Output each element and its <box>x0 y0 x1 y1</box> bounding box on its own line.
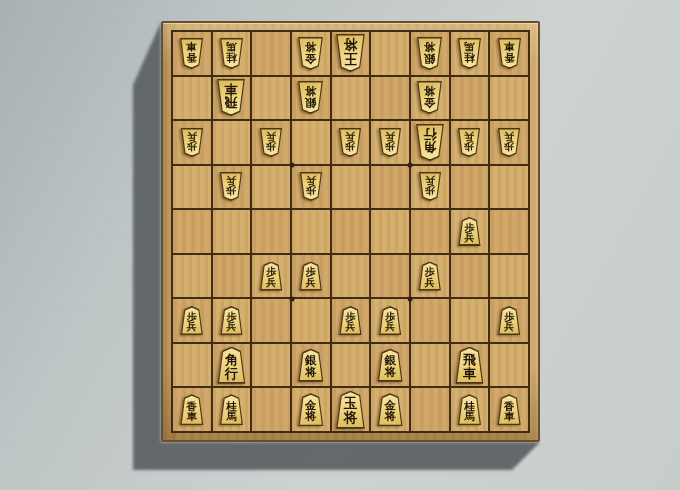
board-cell[interactable] <box>252 32 290 75</box>
piece-kanji-label: 歩兵 <box>306 267 316 287</box>
board-cell[interactable]: 歩兵 <box>451 121 489 164</box>
board-cell[interactable] <box>451 299 489 342</box>
piece-kanji-label: 歩兵 <box>425 175 435 195</box>
shogi-board: 香車桂馬金将王将銀将桂馬香車飛車銀将金将歩兵歩兵歩兵歩兵角行歩兵歩兵歩兵歩兵歩兵… <box>161 21 540 442</box>
piece-kanji-label: 歩兵 <box>504 131 514 151</box>
piece-pawn-gote[interactable]: 歩兵 <box>497 128 521 157</box>
piece-pawn-gote[interactable]: 歩兵 <box>338 128 362 157</box>
piece-kanji-label: 歩兵 <box>306 175 316 195</box>
piece-kanji-label: 金将 <box>384 400 396 423</box>
piece-gold-sente[interactable]: 金将 <box>297 393 324 426</box>
board-cell[interactable]: 桂馬 <box>213 388 251 431</box>
hoshi-dot <box>408 163 413 168</box>
piece-silver-sente[interactable]: 銀将 <box>377 349 404 382</box>
board-cell[interactable]: 金将 <box>292 388 330 431</box>
board-cell[interactable]: 金将 <box>371 388 409 431</box>
board-cell[interactable]: 歩兵 <box>411 166 449 209</box>
board-cell[interactable]: 飛車 <box>451 344 489 387</box>
piece-kanji-label: 角行 <box>423 128 436 155</box>
board-cell[interactable] <box>411 388 449 431</box>
board-cell[interactable]: 歩兵 <box>332 121 370 164</box>
board-cell[interactable]: 歩兵 <box>213 299 251 342</box>
piece-pawn-sente[interactable]: 歩兵 <box>418 262 442 291</box>
piece-kanji-label: 歩兵 <box>464 131 474 151</box>
board-cell[interactable]: 銀将 <box>411 32 449 75</box>
piece-kanji-label: 歩兵 <box>345 131 355 151</box>
board-cell[interactable] <box>292 210 330 253</box>
board-cell[interactable]: 銀将 <box>371 344 409 387</box>
board-cell[interactable]: 歩兵 <box>292 166 330 209</box>
board-cell[interactable]: 歩兵 <box>371 299 409 342</box>
board-cell[interactable] <box>371 166 409 209</box>
board-cell[interactable]: 桂馬 <box>451 32 489 75</box>
piece-kanji-label: 歩兵 <box>187 131 197 151</box>
board-cell[interactable]: 桂馬 <box>451 388 489 431</box>
board-cell[interactable]: 桂馬 <box>213 32 251 75</box>
board-cell[interactable] <box>173 77 211 120</box>
piece-bishop-gote[interactable]: 角行 <box>415 124 445 161</box>
board-cell[interactable] <box>173 344 211 387</box>
board-cell[interactable] <box>252 77 290 120</box>
board-cell[interactable]: 歩兵 <box>490 299 528 342</box>
board-cell[interactable] <box>490 210 528 253</box>
piece-silver-gote[interactable]: 銀将 <box>416 37 443 70</box>
board-cell[interactable] <box>292 121 330 164</box>
piece-pawn-gote[interactable]: 歩兵 <box>418 172 442 201</box>
board-cell[interactable] <box>173 210 211 253</box>
board-cell[interactable]: 歩兵 <box>371 121 409 164</box>
board-cell[interactable] <box>411 344 449 387</box>
board-cell[interactable] <box>411 210 449 253</box>
board-cell[interactable]: 王将 <box>332 32 370 75</box>
piece-kanji-label: 香車 <box>504 41 515 62</box>
piece-kanji-label: 歩兵 <box>266 267 276 287</box>
piece-kanji-label: 歩兵 <box>226 312 236 332</box>
piece-kanji-label: 歩兵 <box>425 267 435 287</box>
board-cell[interactable] <box>332 77 370 120</box>
board-cell[interactable] <box>213 121 251 164</box>
board-cell[interactable]: 銀将 <box>292 344 330 387</box>
board-cell[interactable]: 角行 <box>213 344 251 387</box>
piece-pawn-sente[interactable]: 歩兵 <box>378 306 402 335</box>
board-cell[interactable] <box>451 255 489 298</box>
piece-kanji-label: 銀将 <box>305 85 317 108</box>
board-cell[interactable] <box>252 388 290 431</box>
board-cell[interactable]: 歩兵 <box>252 255 290 298</box>
board-cell[interactable]: 歩兵 <box>332 299 370 342</box>
piece-pawn-sente[interactable]: 歩兵 <box>219 306 243 335</box>
hoshi-dot <box>289 296 294 301</box>
board-cell[interactable] <box>173 255 211 298</box>
piece-knight-sente[interactable]: 桂馬 <box>219 394 244 425</box>
piece-lance-gote[interactable]: 香車 <box>497 38 522 69</box>
piece-kanji-label: 飛車 <box>463 353 476 380</box>
piece-gold-sente[interactable]: 金将 <box>377 393 404 426</box>
board-cell[interactable]: 歩兵 <box>292 255 330 298</box>
piece-kanji-label: 歩兵 <box>504 312 514 332</box>
piece-kanji-label: 歩兵 <box>266 131 276 151</box>
piece-king-sente[interactable]: 玉将 <box>335 391 366 429</box>
piece-kanji-label: 金将 <box>305 40 317 63</box>
board-cell[interactable] <box>252 344 290 387</box>
board-cell[interactable]: 香車 <box>490 388 528 431</box>
piece-silver-sente[interactable]: 銀将 <box>297 349 324 382</box>
piece-kanji-label: 歩兵 <box>187 312 197 332</box>
board-cell[interactable] <box>490 166 528 209</box>
piece-knight-sente[interactable]: 桂馬 <box>457 394 482 425</box>
board-cell[interactable] <box>371 32 409 75</box>
piece-kanji-label: 銀将 <box>305 355 317 378</box>
board-cell[interactable]: 角行 <box>411 121 449 164</box>
piece-pawn-sente[interactable]: 歩兵 <box>259 262 283 291</box>
piece-lance-gote[interactable]: 香車 <box>179 38 204 69</box>
piece-gold-gote[interactable]: 金将 <box>297 37 324 70</box>
piece-kanji-label: 飛車 <box>225 83 238 110</box>
board-cell[interactable] <box>371 77 409 120</box>
piece-rook-gote[interactable]: 飛車 <box>216 79 246 116</box>
hoshi-dot <box>289 163 294 168</box>
board-cell[interactable]: 歩兵 <box>213 166 251 209</box>
piece-lance-sente[interactable]: 香車 <box>179 394 204 425</box>
board-cell[interactable] <box>213 210 251 253</box>
board-cell[interactable] <box>451 77 489 120</box>
piece-pawn-sente[interactable]: 歩兵 <box>299 262 323 291</box>
board-cell[interactable]: 銀将 <box>292 77 330 120</box>
piece-kanji-label: 桂馬 <box>464 41 475 62</box>
board-cell[interactable] <box>213 255 251 298</box>
board-cell[interactable]: 歩兵 <box>173 299 211 342</box>
piece-lance-sente[interactable]: 香車 <box>497 394 522 425</box>
piece-kanji-label: 王将 <box>344 38 358 66</box>
board-cell[interactable] <box>332 255 370 298</box>
board-cell[interactable]: 玉将 <box>332 388 370 431</box>
piece-kanji-label: 銀将 <box>384 355 396 378</box>
board-cell[interactable] <box>332 210 370 253</box>
piece-kanji-label: 桂馬 <box>226 41 237 62</box>
board-cell[interactable]: 香車 <box>173 32 211 75</box>
piece-bishop-sente[interactable]: 角行 <box>216 347 246 384</box>
board-cell[interactable] <box>371 255 409 298</box>
hoshi-dot <box>408 296 413 301</box>
piece-knight-gote[interactable]: 桂馬 <box>219 38 244 69</box>
piece-rook-sente[interactable]: 飛車 <box>454 347 484 384</box>
piece-kanji-label: 歩兵 <box>385 131 395 151</box>
board-cell[interactable] <box>332 344 370 387</box>
piece-knight-gote[interactable]: 桂馬 <box>457 38 482 69</box>
piece-pawn-gote[interactable]: 歩兵 <box>180 128 204 157</box>
board-cell[interactable] <box>252 210 290 253</box>
piece-kanji-label: 歩兵 <box>226 175 236 195</box>
piece-pawn-gote[interactable]: 歩兵 <box>219 172 243 201</box>
board-cell[interactable]: 香車 <box>490 32 528 75</box>
piece-kanji-label: 金将 <box>305 400 317 423</box>
board-cell[interactable] <box>252 166 290 209</box>
board-cell[interactable]: 香車 <box>173 388 211 431</box>
piece-kanji-label: 香車 <box>187 41 198 62</box>
piece-kanji-label: 香車 <box>187 401 198 422</box>
piece-kanji-label: 金将 <box>424 85 436 108</box>
board-cell[interactable] <box>490 344 528 387</box>
piece-pawn-gote[interactable]: 歩兵 <box>259 128 283 157</box>
board-cell[interactable] <box>173 166 211 209</box>
board-cell[interactable]: 歩兵 <box>252 121 290 164</box>
piece-kanji-label: 歩兵 <box>345 312 355 332</box>
board-cell[interactable]: 歩兵 <box>490 121 528 164</box>
piece-pawn-sente[interactable]: 歩兵 <box>497 306 521 335</box>
piece-pawn-sente[interactable]: 歩兵 <box>457 217 481 246</box>
piece-kanji-label: 歩兵 <box>464 223 474 243</box>
piece-kanji-label: 角行 <box>225 353 238 380</box>
piece-pawn-gote[interactable]: 歩兵 <box>457 128 481 157</box>
board-cell[interactable]: 歩兵 <box>173 121 211 164</box>
board-grid: 香車桂馬金将王将銀将桂馬香車飛車銀将金将歩兵歩兵歩兵歩兵角行歩兵歩兵歩兵歩兵歩兵… <box>171 30 530 433</box>
piece-kanji-label: 桂馬 <box>226 401 237 422</box>
board-cell[interactable] <box>451 166 489 209</box>
board-cell[interactable] <box>292 299 330 342</box>
piece-pawn-gote[interactable]: 歩兵 <box>299 172 323 201</box>
piece-kanji-label: 香車 <box>504 401 515 422</box>
piece-king-gote[interactable]: 王将 <box>335 34 366 72</box>
piece-kanji-label: 桂馬 <box>464 401 475 422</box>
board-cell[interactable] <box>490 255 528 298</box>
board-cell[interactable] <box>490 77 528 120</box>
board-cell[interactable] <box>411 299 449 342</box>
board-cell[interactable] <box>332 166 370 209</box>
board-cell[interactable]: 金将 <box>292 32 330 75</box>
board-cell[interactable]: 歩兵 <box>451 210 489 253</box>
piece-gold-gote[interactable]: 金将 <box>416 81 443 114</box>
piece-kanji-label: 玉将 <box>344 397 358 425</box>
piece-kanji-label: 歩兵 <box>385 312 395 332</box>
board-cell[interactable] <box>371 210 409 253</box>
piece-silver-gote[interactable]: 銀将 <box>297 81 324 114</box>
board-cell[interactable] <box>252 299 290 342</box>
piece-kanji-label: 銀将 <box>424 40 436 63</box>
board-cell[interactable]: 金将 <box>411 77 449 120</box>
board-cell[interactable]: 飛車 <box>213 77 251 120</box>
piece-pawn-sente[interactable]: 歩兵 <box>338 306 362 335</box>
scene: 香車桂馬金将王将銀将桂馬香車飛車銀将金将歩兵歩兵歩兵歩兵角行歩兵歩兵歩兵歩兵歩兵… <box>0 0 680 490</box>
piece-pawn-gote[interactable]: 歩兵 <box>378 128 402 157</box>
board-cell[interactable]: 歩兵 <box>411 255 449 298</box>
piece-pawn-sente[interactable]: 歩兵 <box>180 306 204 335</box>
